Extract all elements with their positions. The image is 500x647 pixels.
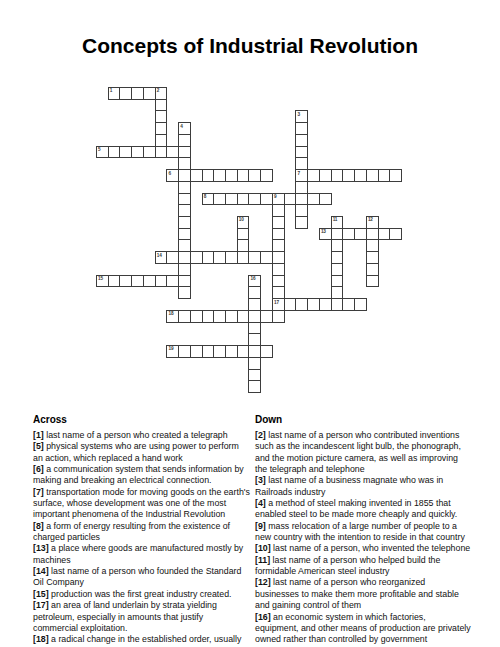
cell-number: 16 bbox=[251, 276, 256, 281]
cell-number: 15 bbox=[98, 276, 103, 281]
clue-down-11: [11] last name of a person who helped bu… bbox=[255, 555, 471, 578]
clue-number: [10] bbox=[255, 543, 271, 553]
across-header: Across bbox=[33, 414, 250, 425]
grid-cell[interactable] bbox=[354, 298, 367, 311]
clue-number: [3] bbox=[255, 475, 266, 485]
grid-cell[interactable] bbox=[178, 286, 191, 299]
cell-number: 18 bbox=[168, 311, 173, 316]
grid-cell[interactable] bbox=[237, 310, 250, 323]
cell-number: 5 bbox=[98, 147, 100, 152]
clue-across-6: [6] a communication system that sends in… bbox=[33, 464, 250, 487]
grid-cell[interactable] bbox=[225, 251, 238, 264]
grid-cell[interactable] bbox=[295, 216, 308, 229]
clues-section: Across [1] last name of a person who cre… bbox=[33, 414, 471, 647]
across-clues-list: [1] last name of a person who created a … bbox=[33, 430, 250, 647]
clue-across-14: [14] last name of a person who founded t… bbox=[33, 566, 250, 589]
clue-number: [1] bbox=[33, 430, 44, 440]
clue-down-2: [2] last name of a person who contribute… bbox=[255, 430, 471, 475]
clue-number: [15] bbox=[33, 589, 49, 599]
clue-across-8: [8] a form of energy resulting from the … bbox=[33, 521, 250, 544]
cell-number: 13 bbox=[321, 229, 326, 234]
cell-number: 12 bbox=[368, 217, 373, 222]
grid-cell[interactable] bbox=[260, 251, 273, 264]
cell-number: 7 bbox=[298, 171, 300, 176]
grid-cell[interactable] bbox=[272, 310, 285, 323]
clue-down-12: [12] last name of a person who reorganiz… bbox=[255, 577, 471, 611]
grid-cell[interactable] bbox=[166, 146, 179, 159]
crossword-board: 12374568917101112131415161819 bbox=[96, 87, 403, 394]
clue-number: [6] bbox=[33, 464, 44, 474]
grid-cell[interactable]: 13 bbox=[319, 228, 332, 241]
clue-across-18: [18] a radical change in the established… bbox=[33, 634, 250, 647]
page: { "game": "crossword", "title": "Concept… bbox=[0, 0, 500, 647]
clue-number: [12] bbox=[255, 577, 271, 587]
grid-cell[interactable] bbox=[248, 380, 261, 393]
down-clues-column: Down [2] last name of a person who contr… bbox=[255, 414, 471, 647]
clue-number: [9] bbox=[255, 521, 266, 531]
clue-number: [11] bbox=[255, 555, 270, 565]
cell-number: 8 bbox=[204, 194, 206, 199]
grid-cell[interactable]: 6 bbox=[166, 169, 179, 182]
cell-number: 2 bbox=[157, 88, 159, 93]
grid-cell[interactable] bbox=[237, 345, 250, 358]
clue-down-9: [9] mass relocation of a large number of… bbox=[255, 521, 471, 544]
page-title: Concepts of Industrial Revolution bbox=[0, 34, 500, 58]
clue-down-10: [10] last name of a person, who invented… bbox=[255, 543, 471, 554]
grid-cell[interactable] bbox=[354, 228, 367, 241]
clue-across-15: [15] production was the first great indu… bbox=[33, 589, 250, 600]
clue-across-5: [5] physical systems who are using power… bbox=[33, 441, 250, 464]
grid-cell[interactable] bbox=[260, 169, 273, 182]
down-header: Down bbox=[255, 414, 471, 425]
clue-number: [4] bbox=[255, 498, 266, 508]
cell-number: 6 bbox=[168, 171, 170, 176]
grid-cell[interactable] bbox=[166, 251, 179, 264]
cell-number: 1 bbox=[110, 88, 112, 93]
clue-down-16: [16] an economic system in which factori… bbox=[255, 612, 471, 646]
clue-number: [16] bbox=[255, 612, 271, 622]
clue-across-1: [1] last name of a person who created a … bbox=[33, 430, 250, 441]
cell-number: 11 bbox=[333, 217, 338, 222]
cell-number: 4 bbox=[180, 124, 182, 129]
clue-across-7: [7] transportation mode for moving goods… bbox=[33, 487, 250, 521]
grid-cell[interactable] bbox=[143, 146, 156, 159]
clue-number: [18] bbox=[33, 634, 49, 644]
cell-number: 17 bbox=[274, 300, 279, 305]
grid-cell[interactable] bbox=[389, 169, 402, 182]
clue-number: [2] bbox=[255, 430, 266, 440]
clue-down-3: [3] last name of a business magnate who … bbox=[255, 475, 471, 498]
grid-cell[interactable] bbox=[366, 275, 379, 288]
grid-cell[interactable] bbox=[319, 298, 332, 311]
cell-number: 14 bbox=[157, 253, 162, 258]
clue-number: [8] bbox=[33, 521, 44, 531]
clue-number: [13] bbox=[33, 543, 49, 553]
grid-cell[interactable] bbox=[166, 275, 179, 288]
clue-number: [17] bbox=[33, 600, 49, 610]
clue-across-13: [13] a place where goods are manufacture… bbox=[33, 543, 250, 566]
down-clues-list: [2] last name of a person who contribute… bbox=[255, 430, 471, 646]
grid-cell[interactable] bbox=[284, 193, 297, 206]
cell-number: 19 bbox=[168, 346, 173, 351]
cell-number: 9 bbox=[274, 194, 276, 199]
clue-number: [14] bbox=[33, 566, 49, 576]
clue-across-17: [17] an area of land underlain by strata… bbox=[33, 600, 250, 634]
cell-number: 3 bbox=[298, 112, 300, 117]
across-clues-column: Across [1] last name of a person who cre… bbox=[33, 414, 250, 647]
grid-cell[interactable] bbox=[260, 310, 273, 323]
grid-cell[interactable] bbox=[319, 193, 332, 206]
clue-number: [5] bbox=[33, 441, 44, 451]
grid-cell[interactable] bbox=[389, 228, 402, 241]
clue-number: [7] bbox=[33, 487, 44, 497]
grid-cell[interactable] bbox=[260, 345, 273, 358]
cell-number: 10 bbox=[239, 217, 244, 222]
clue-down-4: [4] a method of steel making invented in… bbox=[255, 498, 471, 521]
